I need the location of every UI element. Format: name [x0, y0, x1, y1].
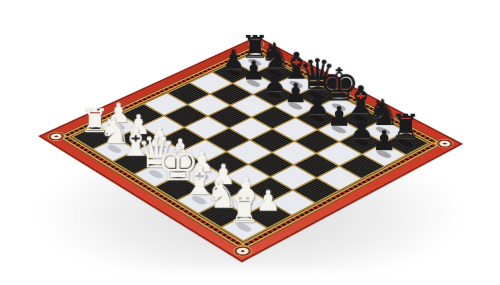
piece-black-pawn-g7: ♟: [349, 115, 373, 142]
corner-rosette-left: [46, 130, 67, 141]
corner-rosette-right: [434, 137, 455, 148]
photo-background: ♜♞♝♛♚♝♞♜♟♟♟♟♟♟♟♟♟♟♟♟♟♟♟♟♜♞♝♛♚♝♞♜: [0, 0, 500, 285]
board-border-gold-band: ♜♞♝♛♚♝♞♜♟♟♟♟♟♟♟♟♟♟♟♟♟♟♟♟♜♞♝♛♚♝♞♜: [57, 44, 444, 250]
piece-black-pawn-e7: ♟: [305, 91, 329, 118]
piece-white-rook-h1: ♜: [228, 192, 259, 227]
board-squares-grid: ♜♞♝♛♚♝♞♜♟♟♟♟♟♟♟♟♟♟♟♟♟♟♟♟♜♞♝♛♚♝♞♜: [71, 51, 430, 242]
piece-black-pawn-f7: ♟: [327, 103, 351, 130]
piece-black-pawn-c7: ♟: [263, 68, 286, 94]
piece-black-pawn-b7: ♟: [242, 57, 265, 83]
chess-scene: ♜♞♝♛♚♝♞♜♟♟♟♟♟♟♟♟♟♟♟♟♟♟♟♟♜♞♝♛♚♝♞♜: [0, 0, 500, 285]
piece-black-pawn-h7: ♟: [372, 127, 396, 154]
corner-rosette-near: [231, 244, 254, 257]
chessboard: ♜♞♝♛♚♝♞♜♟♟♟♟♟♟♟♟♟♟♟♟♟♟♟♟♜♞♝♛♚♝♞♜: [39, 36, 463, 262]
piece-black-pawn-d7: ♟: [284, 80, 308, 106]
